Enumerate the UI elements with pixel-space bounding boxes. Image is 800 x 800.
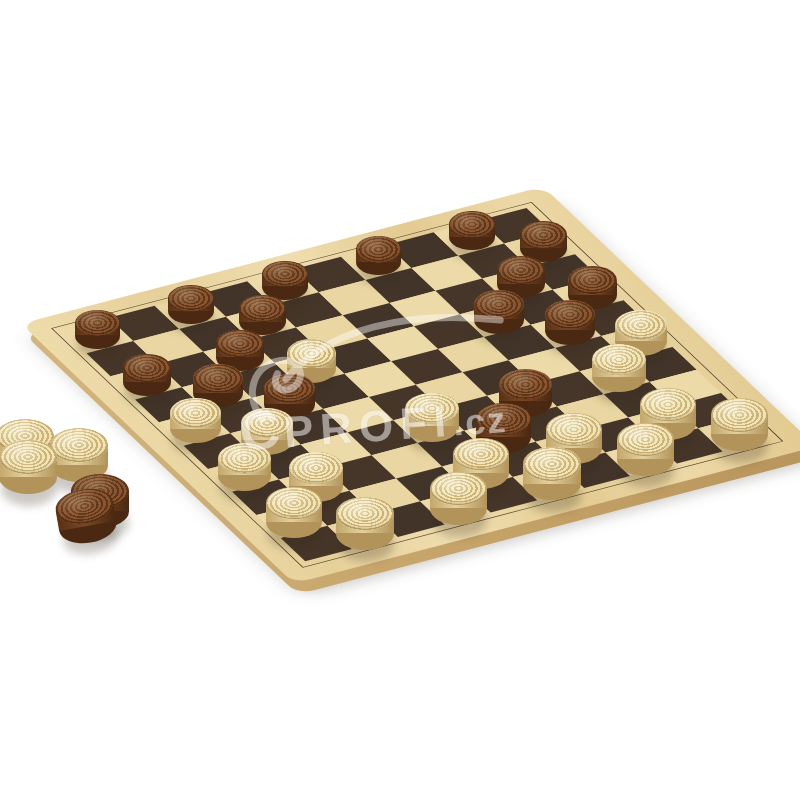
dark-man-piece[interactable]: [474, 290, 524, 334]
light-man-piece[interactable]: [218, 443, 271, 491]
dark-man-piece[interactable]: [53, 485, 119, 548]
dark-man-piece[interactable]: [449, 211, 495, 250]
light-man-piece[interactable]: [170, 398, 221, 443]
product-photo-background: CPROFI.cz: [0, 0, 800, 800]
dark-man-piece[interactable]: [168, 285, 214, 324]
light-man-piece[interactable]: [430, 472, 487, 525]
light-man-piece[interactable]: [0, 440, 57, 494]
light-man-piece[interactable]: [617, 423, 674, 476]
dark-man-piece[interactable]: [123, 354, 171, 396]
dark-man-piece[interactable]: [75, 310, 121, 349]
light-man-piece[interactable]: [523, 447, 580, 500]
dark-man-piece[interactable]: [545, 300, 596, 345]
dark-man-piece[interactable]: [262, 261, 308, 300]
light-man-piece[interactable]: [592, 344, 645, 392]
light-man-piece[interactable]: [336, 497, 393, 550]
light-man-piece[interactable]: [266, 487, 322, 538]
light-man-piece[interactable]: [711, 398, 768, 451]
light-man-piece[interactable]: [405, 393, 458, 441]
dark-man-piece[interactable]: [356, 236, 402, 275]
